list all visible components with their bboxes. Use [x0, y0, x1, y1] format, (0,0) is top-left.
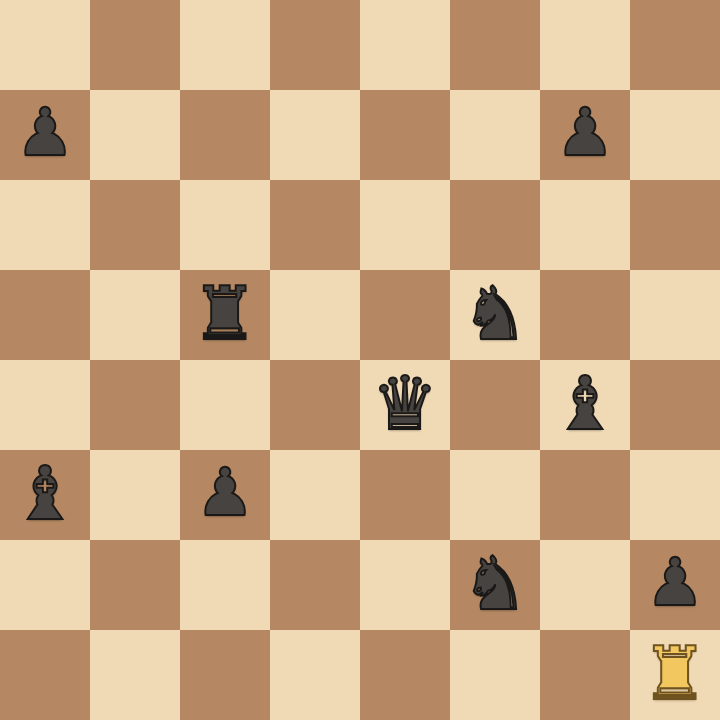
- square-h4[interactable]: [630, 360, 720, 450]
- square-h3[interactable]: [630, 450, 720, 540]
- square-a8[interactable]: [0, 0, 90, 90]
- square-f6[interactable]: [450, 180, 540, 270]
- square-d2[interactable]: [270, 540, 360, 630]
- square-h1[interactable]: ♜: [630, 630, 720, 720]
- square-f8[interactable]: [450, 0, 540, 90]
- square-f4[interactable]: [450, 360, 540, 450]
- square-c7[interactable]: [180, 90, 270, 180]
- square-h7[interactable]: [630, 90, 720, 180]
- chess-board: ♟♟♜♞♛♝♝♟♞♟♜: [0, 0, 720, 720]
- square-c2[interactable]: [180, 540, 270, 630]
- square-d4[interactable]: [270, 360, 360, 450]
- square-g5[interactable]: [540, 270, 630, 360]
- square-c3[interactable]: ♟: [180, 450, 270, 540]
- black-knight-f5[interactable]: ♞: [462, 276, 528, 350]
- square-b4[interactable]: [90, 360, 180, 450]
- square-f5[interactable]: ♞: [450, 270, 540, 360]
- square-f2[interactable]: ♞: [450, 540, 540, 630]
- square-b3[interactable]: [90, 450, 180, 540]
- square-g7[interactable]: ♟: [540, 90, 630, 180]
- square-f1[interactable]: [450, 630, 540, 720]
- square-c5[interactable]: ♜: [180, 270, 270, 360]
- square-e1[interactable]: [360, 630, 450, 720]
- square-e5[interactable]: [360, 270, 450, 360]
- black-pawn-g7[interactable]: ♟: [555, 100, 614, 166]
- square-c8[interactable]: [180, 0, 270, 90]
- square-g8[interactable]: [540, 0, 630, 90]
- square-f3[interactable]: [450, 450, 540, 540]
- square-g3[interactable]: [540, 450, 630, 540]
- black-queen-e4[interactable]: ♛: [372, 366, 438, 440]
- black-pawn-c3[interactable]: ♟: [195, 460, 254, 526]
- square-h6[interactable]: [630, 180, 720, 270]
- square-e4[interactable]: ♛: [360, 360, 450, 450]
- black-bishop-g4[interactable]: ♝: [552, 366, 618, 440]
- square-h8[interactable]: [630, 0, 720, 90]
- black-pawn-a7[interactable]: ♟: [15, 100, 74, 166]
- white-rook-h1[interactable]: ♜: [642, 636, 708, 710]
- square-e6[interactable]: [360, 180, 450, 270]
- square-h2[interactable]: ♟: [630, 540, 720, 630]
- square-g2[interactable]: [540, 540, 630, 630]
- black-bishop-a3[interactable]: ♝: [12, 456, 78, 530]
- square-a1[interactable]: [0, 630, 90, 720]
- square-a3[interactable]: ♝: [0, 450, 90, 540]
- square-b8[interactable]: [90, 0, 180, 90]
- square-d6[interactable]: [270, 180, 360, 270]
- square-b7[interactable]: [90, 90, 180, 180]
- square-d3[interactable]: [270, 450, 360, 540]
- square-e7[interactable]: [360, 90, 450, 180]
- black-pawn-h2[interactable]: ♟: [645, 550, 704, 616]
- square-e2[interactable]: [360, 540, 450, 630]
- square-a6[interactable]: [0, 180, 90, 270]
- square-c4[interactable]: [180, 360, 270, 450]
- square-g4[interactable]: ♝: [540, 360, 630, 450]
- square-e8[interactable]: [360, 0, 450, 90]
- square-a2[interactable]: [0, 540, 90, 630]
- square-b6[interactable]: [90, 180, 180, 270]
- square-h5[interactable]: [630, 270, 720, 360]
- square-a5[interactable]: [0, 270, 90, 360]
- square-c1[interactable]: [180, 630, 270, 720]
- black-rook-c5[interactable]: ♜: [192, 276, 258, 350]
- square-b1[interactable]: [90, 630, 180, 720]
- black-knight-f2[interactable]: ♞: [462, 546, 528, 620]
- square-d7[interactable]: [270, 90, 360, 180]
- square-d5[interactable]: [270, 270, 360, 360]
- square-g6[interactable]: [540, 180, 630, 270]
- square-e3[interactable]: [360, 450, 450, 540]
- square-d8[interactable]: [270, 0, 360, 90]
- square-a7[interactable]: ♟: [0, 90, 90, 180]
- square-f7[interactable]: [450, 90, 540, 180]
- square-c6[interactable]: [180, 180, 270, 270]
- square-a4[interactable]: [0, 360, 90, 450]
- square-d1[interactable]: [270, 630, 360, 720]
- square-b5[interactable]: [90, 270, 180, 360]
- square-b2[interactable]: [90, 540, 180, 630]
- square-g1[interactable]: [540, 630, 630, 720]
